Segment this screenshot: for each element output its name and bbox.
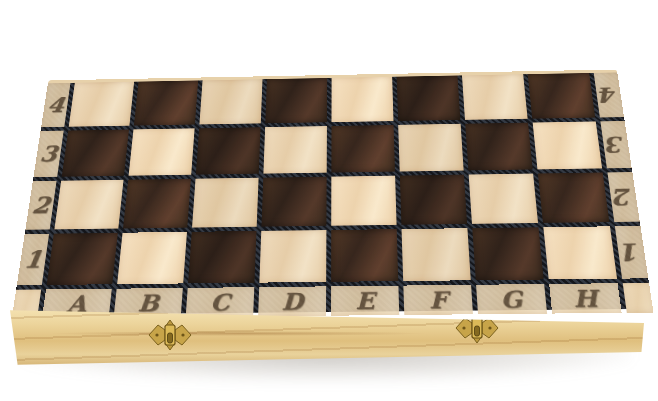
rank-label-right-1: 1 bbox=[615, 226, 648, 279]
file-label-c: C bbox=[186, 287, 255, 317]
square-g4 bbox=[462, 74, 528, 120]
rank-label-right-3: 3 bbox=[600, 121, 631, 168]
square-c1 bbox=[188, 231, 256, 283]
rank-label-right-4: 4 bbox=[594, 72, 624, 117]
square-c2 bbox=[192, 178, 259, 228]
board-grid: 44332211ABCDEFGH bbox=[12, 69, 653, 315]
file-label-g: G bbox=[476, 284, 547, 314]
square-f3 bbox=[398, 124, 463, 172]
square-b4 bbox=[134, 80, 198, 125]
rank-label-left-3: 3 bbox=[33, 131, 63, 178]
square-f2 bbox=[400, 175, 467, 225]
file-label-f: F bbox=[403, 285, 473, 315]
square-c4 bbox=[199, 79, 262, 124]
square-b2 bbox=[123, 179, 191, 229]
square-a4 bbox=[69, 82, 134, 127]
square-h4 bbox=[528, 73, 596, 119]
product-photo-chess-box: 44332211ABCDEFGH bbox=[0, 0, 658, 401]
square-h2 bbox=[538, 172, 610, 222]
square-g2 bbox=[469, 174, 538, 224]
square-f4 bbox=[397, 76, 461, 121]
square-a1 bbox=[47, 233, 118, 285]
square-a2 bbox=[54, 180, 123, 230]
brass-clasp-left-icon bbox=[148, 319, 192, 351]
square-c3 bbox=[196, 127, 261, 174]
square-d4 bbox=[265, 78, 327, 123]
box-lid: 44332211ABCDEFGH bbox=[12, 69, 653, 315]
square-e3 bbox=[331, 125, 395, 173]
wood-grain bbox=[48, 331, 428, 336]
square-d3 bbox=[263, 126, 327, 174]
file-label-h: H bbox=[549, 283, 622, 313]
square-e1 bbox=[331, 229, 398, 282]
rank-label-right-2: 2 bbox=[607, 172, 639, 222]
rank-label-left-4: 4 bbox=[41, 83, 70, 127]
square-d2 bbox=[261, 177, 326, 227]
square-b1 bbox=[117, 232, 187, 284]
square-h1 bbox=[543, 226, 617, 279]
square-g1 bbox=[472, 227, 543, 280]
square-f1 bbox=[402, 228, 471, 281]
rank-label-left-2: 2 bbox=[25, 181, 56, 230]
rank-label-left-1: 1 bbox=[17, 234, 49, 286]
square-h3 bbox=[533, 121, 602, 169]
brass-clasp-right-icon bbox=[455, 312, 499, 344]
corner-cell-right bbox=[623, 283, 654, 313]
square-g3 bbox=[465, 123, 532, 171]
square-e4 bbox=[331, 77, 393, 122]
file-label-d: D bbox=[258, 286, 326, 316]
square-a3 bbox=[62, 129, 129, 176]
file-label-e: E bbox=[331, 286, 399, 316]
square-e2 bbox=[331, 176, 396, 226]
square-b3 bbox=[129, 128, 195, 175]
square-d1 bbox=[259, 230, 326, 283]
